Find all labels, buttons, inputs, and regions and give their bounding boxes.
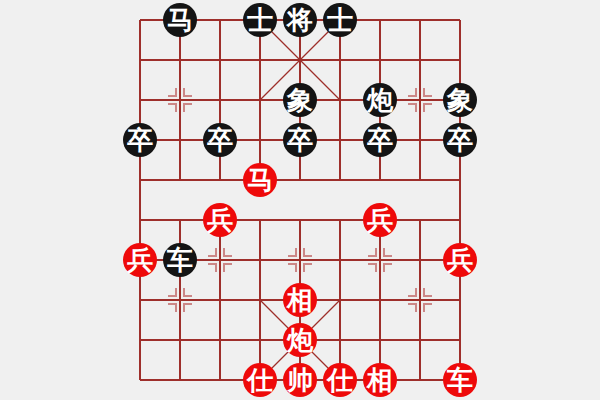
black-advisor[interactable]: 士 <box>243 3 277 37</box>
black-elephant[interactable]: 象 <box>443 83 477 117</box>
red-elephant[interactable]: 相 <box>363 363 397 397</box>
red-soldier[interactable]: 兵 <box>443 243 477 277</box>
red-advisor[interactable]: 仕 <box>323 363 357 397</box>
red-soldier[interactable]: 兵 <box>363 203 397 237</box>
black-soldier[interactable]: 卒 <box>123 123 157 157</box>
black-horse[interactable]: 马 <box>163 3 197 37</box>
red-soldier[interactable]: 兵 <box>123 243 157 277</box>
red-soldier[interactable]: 兵 <box>203 203 237 237</box>
black-elephant[interactable]: 象 <box>283 83 317 117</box>
red-horse[interactable]: 马 <box>243 163 277 197</box>
xiangqi-board: 马士将士象炮象卒卒卒卒卒车马兵兵兵兵相炮仕帅仕相车 <box>120 0 480 400</box>
red-elephant[interactable]: 相 <box>283 283 317 317</box>
red-general[interactable]: 帅 <box>283 363 317 397</box>
red-advisor[interactable]: 仕 <box>243 363 277 397</box>
xiangqi-board-page: 马士将士象炮象卒卒卒卒卒车马兵兵兵兵相炮仕帅仕相车 <box>0 0 600 400</box>
black-general[interactable]: 将 <box>283 3 317 37</box>
black-chariot[interactable]: 车 <box>163 243 197 277</box>
black-soldier[interactable]: 卒 <box>443 123 477 157</box>
black-advisor[interactable]: 士 <box>323 3 357 37</box>
black-soldier[interactable]: 卒 <box>283 123 317 157</box>
black-cannon[interactable]: 炮 <box>363 83 397 117</box>
black-soldier[interactable]: 卒 <box>363 123 397 157</box>
black-soldier[interactable]: 卒 <box>203 123 237 157</box>
red-cannon[interactable]: 炮 <box>283 323 317 357</box>
red-chariot[interactable]: 车 <box>443 363 477 397</box>
